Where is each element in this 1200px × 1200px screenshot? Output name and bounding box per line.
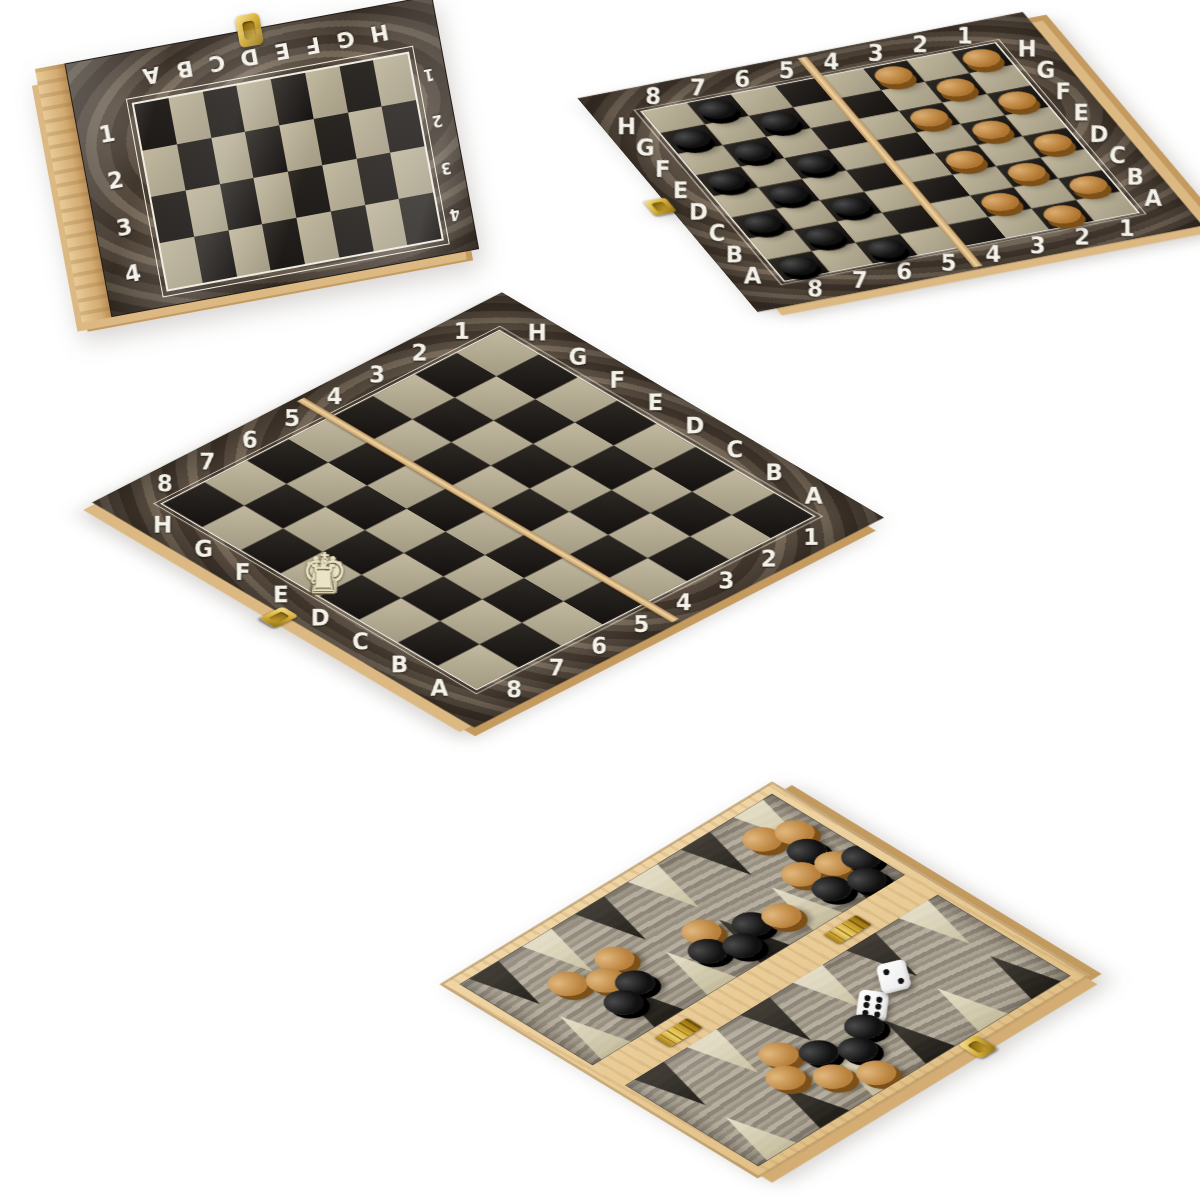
coordinate-label: A (141, 61, 162, 89)
coordinate-label: 7 (852, 267, 868, 293)
board-square (382, 100, 425, 153)
coordinate-label: D (1090, 121, 1109, 147)
coordinate-label: 1 (422, 64, 436, 84)
coordinate-label: 7 (199, 448, 215, 474)
coordinate-label: 5 (284, 405, 300, 431)
closed-box: ABCDEFGH 1234 1234 (35, 0, 479, 323)
coordinate-label: 3 (439, 158, 453, 178)
chess-board: HGFEDCBA HGFEDCBA 12345678 12345678 ♜♞♝♛… (92, 292, 883, 727)
coordinate-label: H (617, 113, 636, 139)
backgammon-point (571, 894, 664, 951)
coordinate-label: G (334, 25, 356, 53)
die-pip (864, 994, 871, 1001)
backgammon-box (440, 782, 1091, 1179)
coordinate-label: G (568, 344, 587, 370)
coordinate-label: 6 (896, 258, 912, 284)
coordinate-label: 3 (718, 567, 734, 593)
coordinate-label: F (303, 31, 322, 58)
coordinate-label: 1 (97, 119, 117, 147)
backgammon-point (895, 898, 988, 955)
die-pip (876, 996, 883, 1003)
coordinate-label: F (655, 156, 671, 182)
coordinate-label: 3 (868, 40, 884, 66)
coordinate-label: 5 (633, 611, 649, 637)
backgammon-point (631, 1059, 724, 1116)
coordinate-label: C (1109, 142, 1126, 168)
coordinate-label: A (744, 263, 762, 289)
coordinate-label: B (726, 241, 744, 267)
coordinate-label: C (352, 628, 369, 654)
backgammon-point (971, 945, 1064, 1002)
coordinate-label: 4 (823, 49, 839, 75)
coordinate-label: 3 (114, 213, 134, 241)
coordinate-label: E (1073, 99, 1089, 125)
board-square (399, 192, 442, 245)
backgammon-point (919, 977, 1012, 1034)
gold-clasp (235, 12, 264, 48)
coordinate-label: 6 (734, 66, 750, 92)
coordinate-label: 3 (1030, 232, 1046, 258)
closed-box-lid: ABCDEFGH 1234 1234 (64, 0, 479, 317)
coordinate-label: 8 (807, 275, 823, 301)
coordinate-label: 2 (912, 31, 928, 57)
coordinate-label: 1 (957, 23, 973, 49)
board-square (390, 146, 433, 199)
die-pip (863, 1002, 870, 1009)
coordinate-label: 8 (506, 676, 522, 702)
coordinate-label: 4 (327, 383, 343, 409)
die-pip (897, 977, 904, 984)
coordinate-label: H (1018, 35, 1037, 61)
coordinate-label: 3 (369, 361, 385, 387)
coordinate-label: A (430, 675, 448, 701)
coordinate-label: F (609, 367, 625, 393)
coordinate-label: D (685, 413, 704, 439)
coordinate-label: C (708, 220, 725, 246)
coordinate-label: 2 (411, 340, 427, 366)
coordinate-label: 1 (803, 524, 819, 550)
coordinate-label: 7 (690, 74, 706, 100)
coordinate-label: 4 (985, 241, 1001, 267)
coordinate-label: B (391, 651, 409, 677)
checker-black (773, 254, 822, 278)
coordinate-label: 8 (645, 83, 661, 109)
coordinate-label: 2 (1074, 224, 1090, 250)
coordinate-label: H (528, 320, 547, 346)
coordinate-label: A (1144, 185, 1162, 211)
coordinate-label: H (153, 512, 172, 538)
coordinate-label: 2 (430, 111, 444, 131)
coordinate-label: A (805, 483, 823, 509)
coordinate-label: G (635, 134, 654, 160)
coordinate-label: C (206, 49, 226, 77)
die-2 (875, 959, 911, 995)
coordinate-label: B (765, 459, 783, 485)
coordinate-label: 4 (676, 589, 692, 615)
coordinate-label: 4 (123, 260, 143, 288)
board-square (373, 54, 416, 107)
die-pip (875, 1003, 882, 1010)
coordinate-label: 5 (941, 249, 957, 275)
coordinate-label: D (311, 605, 330, 631)
coordinate-label: 1 (1119, 215, 1135, 241)
coordinate-label: 6 (242, 427, 258, 453)
coordinate-label: E (648, 389, 664, 415)
coordinate-label: 2 (761, 546, 777, 572)
coordinate-label: E (272, 37, 291, 64)
coordinate-label: B (1126, 164, 1144, 190)
backgammon-box-view (440, 782, 1091, 1179)
coordinate-label: 4 (448, 204, 462, 224)
coordinate-label: D (689, 199, 708, 225)
chess-piece-white-rook: ♜ (93, 559, 553, 599)
coordinate-label: F (1055, 78, 1071, 104)
backgammon-point (465, 958, 558, 1015)
checkers-board-view: 87654321 87654321 HGFEDCBA HGFEDCBA (578, 12, 1200, 312)
die-pip (882, 969, 889, 976)
coordinate-label: 7 (549, 654, 565, 680)
coordinate-label: G (1036, 57, 1055, 83)
backgammon-point (707, 1106, 800, 1163)
coordinate-label: 8 (157, 470, 173, 496)
coordinate-label: 5 (779, 57, 795, 83)
coordinate-label: H (368, 19, 391, 47)
closed-box-view: ABCDEFGH 1234 1234 (35, 0, 479, 323)
coordinate-label: 2 (105, 166, 125, 194)
backgammon-point (624, 862, 717, 919)
checkers-board: 87654321 87654321 HGFEDCBA HGFEDCBA (578, 12, 1200, 312)
coordinate-label: 1 (454, 318, 470, 344)
coordinate-label: E (673, 177, 689, 203)
product-photo-scene: ABCDEFGH 1234 1234 87654321 87654321 HGF… (0, 0, 1200, 1200)
coordinate-label: 6 (591, 633, 607, 659)
coordinate-label: C (726, 436, 743, 462)
coordinate-label: B (174, 55, 195, 83)
chess-board-view: HGFEDCBA HGFEDCBA 12345678 12345678 ♜♞♝♛… (92, 292, 883, 727)
